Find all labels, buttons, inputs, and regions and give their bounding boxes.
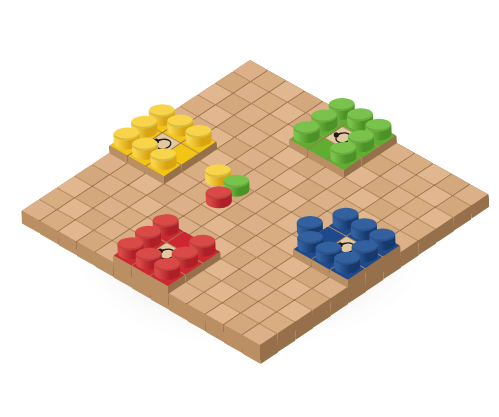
red-peg[interactable]: [205, 186, 232, 213]
yellow-peg[interactable]: [150, 148, 177, 175]
yellow-peg[interactable]: [185, 124, 212, 151]
green-peg[interactable]: [293, 121, 320, 148]
red-peg[interactable]: [154, 258, 181, 285]
photo-background: [0, 0, 499, 417]
blue-peg[interactable]: [334, 251, 361, 278]
game-board: [0, 0, 499, 417]
green-peg[interactable]: [330, 141, 357, 168]
